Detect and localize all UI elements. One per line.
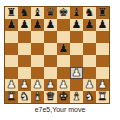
piece-black-knight: ♞ [85, 7, 95, 19]
square-c3[interactable] [31, 67, 44, 79]
piece-white-pawn: ♟ [85, 79, 95, 91]
square-e8[interactable]: ♚ [57, 7, 70, 19]
piece-white-rook: ♜ [98, 91, 108, 103]
square-b2[interactable]: ♟ [18, 79, 31, 91]
square-a1[interactable]: ♜ [5, 91, 18, 103]
piece-black-pawn: ♟ [20, 19, 30, 31]
square-a4[interactable] [5, 55, 18, 67]
square-h2[interactable]: ♟ [96, 79, 109, 91]
piece-white-rook: ♜ [7, 91, 17, 103]
piece-black-bishop: ♝ [72, 7, 82, 19]
piece-white-knight: ♞ [85, 91, 95, 103]
piece-black-pawn: ♟ [33, 19, 43, 31]
square-d6[interactable] [44, 31, 57, 43]
square-h4[interactable] [96, 55, 109, 67]
square-d3[interactable] [44, 67, 57, 79]
piece-white-pawn: ♟ [7, 79, 17, 91]
square-c6[interactable] [31, 31, 44, 43]
square-a3[interactable] [5, 67, 18, 79]
square-e2[interactable]: ♟ [57, 79, 70, 91]
square-g2[interactable]: ♟ [83, 79, 96, 91]
piece-white-pawn: ♟ [33, 79, 43, 91]
square-a6[interactable] [5, 31, 18, 43]
square-d2[interactable]: ♟ [44, 79, 57, 91]
square-h6[interactable] [96, 31, 109, 43]
piece-black-bishop: ♝ [33, 7, 43, 19]
square-a2[interactable]: ♟ [5, 79, 18, 91]
piece-black-pawn: ♟ [98, 19, 108, 31]
square-d1[interactable]: ♛ [44, 91, 57, 103]
square-d7[interactable]: ♟ [44, 19, 57, 31]
piece-black-queen: ♛ [46, 7, 56, 19]
square-f3[interactable]: ♟ [70, 67, 83, 79]
square-h5[interactable] [96, 43, 109, 55]
square-f8[interactable]: ♝ [70, 7, 83, 19]
piece-white-pawn: ♟ [20, 79, 30, 91]
piece-white-pawn: ♟ [59, 79, 69, 91]
piece-white-bishop: ♝ [33, 91, 43, 103]
square-g4[interactable] [83, 55, 96, 67]
piece-black-knight: ♞ [20, 7, 30, 19]
square-e7[interactable] [57, 19, 70, 31]
piece-black-pawn: ♟ [59, 43, 69, 55]
square-a7[interactable]: ♟ [5, 19, 18, 31]
square-d4[interactable] [44, 55, 57, 67]
square-g8[interactable]: ♞ [83, 7, 96, 19]
square-g5[interactable] [83, 43, 96, 55]
square-c8[interactable]: ♝ [31, 7, 44, 19]
square-f7[interactable]: ♟ [70, 19, 83, 31]
square-f4[interactable] [70, 55, 83, 67]
piece-black-rook: ♜ [98, 7, 108, 19]
status-text: e7e5,Your move [0, 105, 120, 114]
square-e1[interactable]: ♚ [57, 91, 70, 103]
piece-white-king: ♚ [59, 91, 69, 103]
square-b5[interactable] [18, 43, 31, 55]
square-c1[interactable]: ♝ [31, 91, 44, 103]
square-f5[interactable] [70, 43, 83, 55]
square-g1[interactable]: ♞ [83, 91, 96, 103]
square-c4[interactable] [31, 55, 44, 67]
square-g3[interactable] [83, 67, 96, 79]
chess-board: ♜♞♝♛♚♝♞♜♟♟♟♟♟♟♟♟♟♟♟♟♟♟♟♟♜♞♝♛♚♝♞♜ [4, 6, 110, 104]
piece-black-pawn: ♟ [7, 19, 17, 31]
square-e4[interactable] [57, 55, 70, 67]
square-f1[interactable]: ♝ [70, 91, 83, 103]
piece-white-pawn: ♟ [72, 67, 82, 79]
piece-black-king: ♚ [59, 7, 69, 19]
square-h7[interactable]: ♟ [96, 19, 109, 31]
square-f2[interactable] [70, 79, 83, 91]
square-b8[interactable]: ♞ [18, 7, 31, 19]
square-a8[interactable]: ♜ [5, 7, 18, 19]
piece-white-bishop: ♝ [72, 91, 82, 103]
square-d8[interactable]: ♛ [44, 7, 57, 19]
square-b3[interactable] [18, 67, 31, 79]
piece-white-pawn: ♟ [98, 79, 108, 91]
piece-black-rook: ♜ [7, 7, 17, 19]
piece-black-pawn: ♟ [72, 19, 82, 31]
square-c5[interactable] [31, 43, 44, 55]
square-c2[interactable]: ♟ [31, 79, 44, 91]
square-e3[interactable] [57, 67, 70, 79]
square-b4[interactable] [18, 55, 31, 67]
square-b6[interactable] [18, 31, 31, 43]
piece-white-queen: ♛ [46, 91, 56, 103]
piece-white-knight: ♞ [20, 91, 30, 103]
square-b7[interactable]: ♟ [18, 19, 31, 31]
piece-black-pawn: ♟ [85, 19, 95, 31]
chess-app: ♜♞♝♛♚♝♞♜♟♟♟♟♟♟♟♟♟♟♟♟♟♟♟♟♜♞♝♛♚♝♞♜ e7e5,Yo… [0, 0, 120, 120]
square-h1[interactable]: ♜ [96, 91, 109, 103]
square-h8[interactable]: ♜ [96, 7, 109, 19]
square-d5[interactable] [44, 43, 57, 55]
square-e5[interactable]: ♟ [57, 43, 70, 55]
piece-black-pawn: ♟ [46, 19, 56, 31]
square-b1[interactable]: ♞ [18, 91, 31, 103]
square-c7[interactable]: ♟ [31, 19, 44, 31]
square-g6[interactable] [83, 31, 96, 43]
square-h3[interactable] [96, 67, 109, 79]
square-a5[interactable] [5, 43, 18, 55]
piece-white-pawn: ♟ [46, 79, 56, 91]
square-f6[interactable] [70, 31, 83, 43]
square-e6[interactable] [57, 31, 70, 43]
square-g7[interactable]: ♟ [83, 19, 96, 31]
